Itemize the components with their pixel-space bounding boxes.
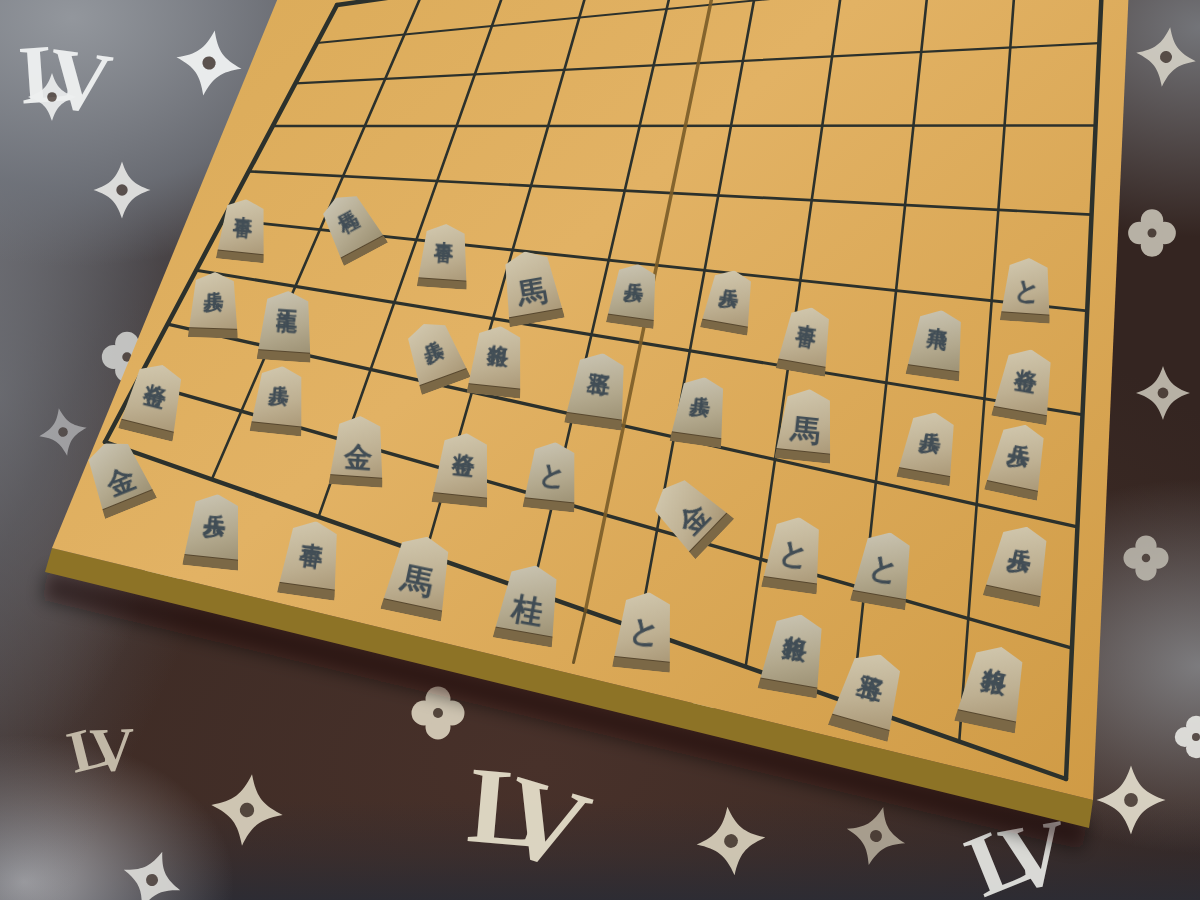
piece-side-edge <box>984 479 1039 500</box>
piece-kanji: 歩兵 <box>724 272 743 275</box>
piece-side-edge <box>257 349 312 363</box>
pieces-layer: 香車桂馬香車馬歩兵歩兵香車飛車と歩兵龍王歩兵銀将王将金将歩兵歩兵馬金将金金金将と… <box>0 0 1200 900</box>
piece-kanji: 桂馬 <box>329 197 346 206</box>
piece-side-edge <box>493 626 554 647</box>
piece-side-edge <box>758 677 819 699</box>
piece-kanji: 香車 <box>236 202 255 204</box>
piece-kanji: と <box>1014 261 1042 290</box>
shogi-piece-tokin-promoted-pawn[interactable]: と <box>761 513 827 594</box>
shogi-piece-ryuo-promoted-rook[interactable]: 龍王 <box>257 289 316 363</box>
piece-kanji: 王将 <box>592 356 614 359</box>
piece-kanji: 金将 <box>455 436 477 438</box>
shogi-piece-kyosha-lance[interactable]: 香車 <box>776 303 837 377</box>
piece-kanji: 金 <box>346 419 374 421</box>
piece-side-edge <box>417 277 468 290</box>
piece-side-edge <box>774 448 831 464</box>
piece-side-edge <box>991 405 1048 425</box>
piece-side-edge <box>508 307 565 327</box>
shogi-piece-uma-promoted-bishop[interactable]: 馬 <box>497 247 565 328</box>
piece-side-edge <box>700 318 749 335</box>
piece-kanji: 歩兵 <box>694 380 714 383</box>
piece-kanji: 飛車 <box>931 313 951 316</box>
shogi-piece-promoted-cursive-kin[interactable]: 金 <box>329 414 388 488</box>
piece-kanji: と <box>779 520 813 556</box>
piece-kanji: 馬 <box>411 538 442 545</box>
piece-kanji: 玉将 <box>867 656 891 663</box>
piece-kanji: 銀将 <box>490 329 511 331</box>
shogi-piece-fuhyo-pawn[interactable]: 歩兵 <box>896 408 961 486</box>
piece-kanji: 歩兵 <box>628 267 647 270</box>
piece-kanji: 歩兵 <box>1014 427 1036 432</box>
piece-kanji: と <box>869 534 904 571</box>
piece-kanji: 香車 <box>304 524 327 527</box>
piece-kanji: 馬 <box>511 253 540 258</box>
piece-kanji: 歩兵 <box>206 497 228 499</box>
piece-side-edge <box>564 412 623 431</box>
shogi-piece-tokin-promoted-pawn[interactable]: と <box>612 589 678 673</box>
piece-kanji: 香車 <box>801 310 821 313</box>
shogi-piece-ginsho-silver[interactable]: 銀将 <box>758 609 831 698</box>
piece-kanji: 金 <box>656 482 676 503</box>
piece-side-edge <box>216 249 265 263</box>
piece-side-edge <box>776 359 827 377</box>
piece-side-edge <box>340 234 389 266</box>
piece-kanji: 桂 <box>520 568 551 573</box>
shogi-piece-ginsho-silver[interactable]: 銀将 <box>466 323 527 398</box>
piece-side-edge <box>828 714 891 742</box>
shogi-piece-uma-promoted-bishop[interactable]: 馬 <box>774 386 837 463</box>
shogi-piece-fuhyo-pawn[interactable]: 歩兵 <box>250 363 309 436</box>
piece-side-edge <box>1000 311 1051 324</box>
piece-kanji: と <box>630 595 664 631</box>
piece-kanji: と <box>539 445 569 477</box>
piece-kanji: 歩兵 <box>272 369 292 371</box>
shogi-piece-kinsho-gold[interactable]: 金将 <box>118 358 190 441</box>
shogi-piece-tokin-promoted-pawn[interactable]: と <box>1000 256 1054 323</box>
piece-kanji: 金将 <box>1020 352 1042 356</box>
piece-side-edge <box>329 474 384 488</box>
shogi-piece-kyosha-lance[interactable]: 香車 <box>216 197 270 264</box>
piece-side-edge <box>612 656 671 673</box>
shogi-piece-tokin-promoted-pawn[interactable]: と <box>850 528 918 611</box>
piece-side-edge <box>380 598 443 622</box>
shogi-piece-fuhyo-pawn[interactable]: 歩兵 <box>700 266 758 335</box>
piece-side-edge <box>118 418 175 442</box>
piece-kanji: 金 <box>93 442 119 452</box>
shogi-piece-kyosha-lance[interactable]: 香車 <box>277 517 345 600</box>
piece-kanji: 歩兵 <box>205 276 225 277</box>
shogi-piece-fuhyo-pawn[interactable]: 歩兵 <box>182 491 245 570</box>
piece-kanji: 歩兵 <box>924 415 945 419</box>
piece-side-edge <box>523 497 576 512</box>
piece-side-edge <box>850 590 907 610</box>
shogi-piece-kinsho-gold[interactable]: 金将 <box>991 345 1059 426</box>
piece-kanji: 馬 <box>795 392 824 395</box>
piece-kanji: 銀将 <box>988 649 1012 654</box>
shogi-piece-kinsho-gold[interactable]: 金将 <box>431 430 494 507</box>
piece-kanji: 銀将 <box>788 617 812 621</box>
piece-side-edge <box>761 576 818 594</box>
piece-side-edge <box>277 582 336 601</box>
piece-side-edge <box>419 368 471 395</box>
shogi-piece-fuhyo-pawn[interactable]: 歩兵 <box>188 271 240 339</box>
shogi-piece-fuhyo-pawn[interactable]: 歩兵 <box>670 374 731 449</box>
shogi-piece-fuhyo-pawn[interactable]: 歩兵 <box>399 315 470 395</box>
piece-side-edge <box>606 313 655 329</box>
piece-side-edge <box>250 421 303 436</box>
piece-kanji: 龍王 <box>278 295 299 296</box>
piece-side-edge <box>182 554 239 570</box>
piece-side-edge <box>906 364 961 381</box>
piece-kanji: 歩兵 <box>1015 529 1037 534</box>
shogi-piece-gyokusho-king[interactable]: 玉将 <box>828 646 910 742</box>
shogi-piece-promoted-cursive-kin[interactable]: 金 <box>644 469 735 559</box>
shogi-piece-ginsho-silver[interactable]: 銀将 <box>954 640 1032 733</box>
piece-kanji: 歩兵 <box>416 324 435 331</box>
shogi-piece-hisha-rook[interactable]: 飛車 <box>906 307 969 382</box>
piece-side-edge <box>188 328 238 339</box>
piece-side-edge <box>983 585 1042 608</box>
shogi-piece-osho-king[interactable]: 王将 <box>564 349 632 430</box>
shogi-piece-tokin-promoted-pawn[interactable]: と <box>523 439 582 512</box>
shogi-piece-fuhyo-pawn[interactable]: 歩兵 <box>983 521 1056 607</box>
shogi-photo-scene: L V 香車桂馬香車馬歩兵歩兵香車飛車と歩兵龍王歩兵銀将王将金将歩兵歩兵馬金将金… <box>0 0 1200 900</box>
piece-kanji: 金将 <box>151 367 172 372</box>
piece-kanji: 香車 <box>436 227 455 228</box>
shogi-piece-keima-cursive[interactable]: 桂 <box>493 560 566 647</box>
shogi-piece-fuhyo-pawn[interactable]: 歩兵 <box>606 261 662 329</box>
piece-side-edge <box>688 512 734 559</box>
shogi-piece-kyosha-lance[interactable]: 香車 <box>417 222 471 289</box>
piece-side-edge <box>670 431 723 448</box>
piece-side-edge <box>954 709 1017 733</box>
shogi-piece-kinsho-gold-edge[interactable]: 金 <box>79 433 157 519</box>
piece-side-edge <box>896 467 951 486</box>
piece-side-edge <box>466 383 521 399</box>
shogi-piece-uma-cursive[interactable]: 馬 <box>380 530 457 621</box>
shogi-piece-fuhyo-pawn[interactable]: 歩兵 <box>984 419 1052 501</box>
shogi-piece-keima-knight[interactable]: 桂馬 <box>314 186 388 266</box>
piece-side-edge <box>101 489 157 519</box>
piece-side-edge <box>431 492 488 508</box>
